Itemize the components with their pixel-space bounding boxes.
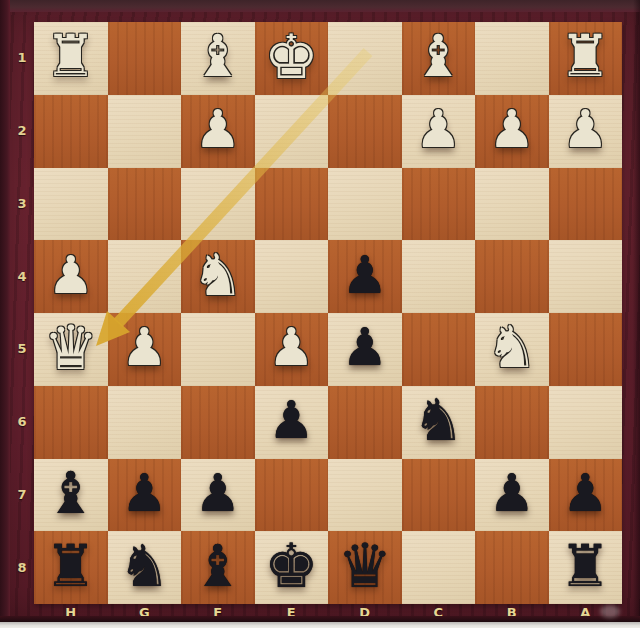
rank-label-2: 2: [11, 123, 33, 138]
square-h3[interactable]: [34, 168, 108, 241]
black-pawn-d5: ♟: [341, 321, 388, 373]
board-photo: ♜♝♚♝♜♟♟♟♟♟♞♟♛♟♟♟♞♟♞♝♟♟♟♟♜♞♝♚♛♜ 12345678 …: [0, 0, 640, 628]
square-f5[interactable]: [181, 313, 255, 386]
square-e5[interactable]: ♟: [255, 313, 329, 386]
white-knight-b5: ♞: [486, 318, 538, 376]
square-a2[interactable]: ♟: [549, 95, 623, 168]
white-king-e1: ♚: [264, 26, 319, 87]
square-e2[interactable]: [255, 95, 329, 168]
square-e1[interactable]: ♚: [255, 22, 329, 95]
square-b7[interactable]: ♟: [475, 459, 549, 532]
square-e7[interactable]: [255, 459, 329, 532]
white-bishop-c1: ♝: [412, 27, 464, 85]
white-pawn-e5: ♟: [268, 321, 315, 373]
black-bishop-h7: ♝: [45, 464, 97, 522]
rank-label-1: 1: [11, 50, 33, 65]
black-pawn-b7: ♟: [488, 467, 535, 519]
rank-label-6: 6: [11, 414, 33, 429]
square-d7[interactable]: [328, 459, 402, 532]
square-c1[interactable]: ♝: [402, 22, 476, 95]
square-e6[interactable]: ♟: [255, 386, 329, 459]
rank-label-8: 8: [11, 560, 33, 575]
square-g5[interactable]: ♟: [108, 313, 182, 386]
square-h7[interactable]: ♝: [34, 459, 108, 532]
square-a4[interactable]: [549, 240, 623, 313]
square-g7[interactable]: ♟: [108, 459, 182, 532]
square-f7[interactable]: ♟: [181, 459, 255, 532]
black-pawn-g7: ♟: [121, 467, 168, 519]
square-f3[interactable]: [181, 168, 255, 241]
square-f8[interactable]: ♝: [181, 531, 255, 604]
square-e8[interactable]: ♚: [255, 531, 329, 604]
rank-label-4: 4: [11, 269, 33, 284]
black-bishop-f8: ♝: [192, 537, 244, 595]
white-pawn-g5: ♟: [121, 321, 168, 373]
square-a1[interactable]: ♜: [549, 22, 623, 95]
square-c4[interactable]: [402, 240, 476, 313]
white-bishop-f1: ♝: [192, 27, 244, 85]
white-rook-h1: ♜: [45, 27, 97, 85]
black-queen-d8: ♛: [337, 535, 392, 596]
square-h8[interactable]: ♜: [34, 531, 108, 604]
square-g6[interactable]: [108, 386, 182, 459]
white-pawn-a2: ♟: [562, 103, 609, 155]
black-pawn-d4: ♟: [341, 249, 388, 301]
chess-board-grid: ♜♝♚♝♜♟♟♟♟♟♞♟♛♟♟♟♞♟♞♝♟♟♟♟♜♞♝♚♛♜: [34, 22, 622, 604]
square-c6[interactable]: ♞: [402, 386, 476, 459]
square-d2[interactable]: [328, 95, 402, 168]
black-rook-a8: ♜: [559, 537, 611, 595]
square-b4[interactable]: [475, 240, 549, 313]
square-d4[interactable]: ♟: [328, 240, 402, 313]
square-b8[interactable]: [475, 531, 549, 604]
black-knight-c6: ♞: [412, 391, 464, 449]
square-c7[interactable]: [402, 459, 476, 532]
black-king-e8: ♚: [264, 535, 319, 596]
white-pawn-b2: ♟: [488, 103, 535, 155]
square-f4[interactable]: ♞: [181, 240, 255, 313]
rank-label-5: 5: [11, 341, 33, 356]
square-b2[interactable]: ♟: [475, 95, 549, 168]
square-a7[interactable]: ♟: [549, 459, 623, 532]
square-c5[interactable]: [402, 313, 476, 386]
square-a6[interactable]: [549, 386, 623, 459]
board-frame-left-edge: [0, 0, 10, 622]
square-h2[interactable]: [34, 95, 108, 168]
square-e3[interactable]: [255, 168, 329, 241]
square-d8[interactable]: ♛: [328, 531, 402, 604]
square-c2[interactable]: ♟: [402, 95, 476, 168]
white-pawn-c2: ♟: [415, 103, 462, 155]
black-knight-g8: ♞: [118, 537, 170, 595]
square-a8[interactable]: ♜: [549, 531, 623, 604]
square-f2[interactable]: ♟: [181, 95, 255, 168]
black-pawn-f7: ♟: [194, 467, 241, 519]
board-frame-top-rim: [0, 0, 640, 12]
white-pawn-h4: ♟: [47, 249, 94, 301]
black-pawn-a7: ♟: [562, 467, 609, 519]
white-knight-f4: ♞: [192, 246, 244, 304]
square-g4[interactable]: [108, 240, 182, 313]
square-h5[interactable]: ♛: [34, 313, 108, 386]
rank-label-3: 3: [11, 196, 33, 211]
white-queen-h5: ♛: [43, 317, 98, 378]
square-d1[interactable]: [328, 22, 402, 95]
square-a3[interactable]: [549, 168, 623, 241]
square-h4[interactable]: ♟: [34, 240, 108, 313]
square-c8[interactable]: [402, 531, 476, 604]
glare-smudge: [600, 605, 620, 618]
square-b3[interactable]: [475, 168, 549, 241]
square-g8[interactable]: ♞: [108, 531, 182, 604]
black-pawn-e6: ♟: [268, 394, 315, 446]
square-h1[interactable]: ♜: [34, 22, 108, 95]
square-b5[interactable]: ♞: [475, 313, 549, 386]
white-pawn-f2: ♟: [194, 103, 241, 155]
square-e4[interactable]: [255, 240, 329, 313]
board-frame-right-edge: [633, 0, 640, 622]
square-d5[interactable]: ♟: [328, 313, 402, 386]
square-g2[interactable]: [108, 95, 182, 168]
white-rook-a1: ♜: [559, 27, 611, 85]
square-h6[interactable]: [34, 386, 108, 459]
background-desk-strip: [0, 622, 640, 628]
square-b6[interactable]: [475, 386, 549, 459]
square-d3[interactable]: [328, 168, 402, 241]
square-f6[interactable]: [181, 386, 255, 459]
rank-label-7: 7: [11, 487, 33, 502]
square-g1[interactable]: [108, 22, 182, 95]
square-c3[interactable]: [402, 168, 476, 241]
square-g3[interactable]: [108, 168, 182, 241]
square-b1[interactable]: [475, 22, 549, 95]
square-f1[interactable]: ♝: [181, 22, 255, 95]
square-a5[interactable]: [549, 313, 623, 386]
black-rook-h8: ♜: [45, 537, 97, 595]
square-d6[interactable]: [328, 386, 402, 459]
